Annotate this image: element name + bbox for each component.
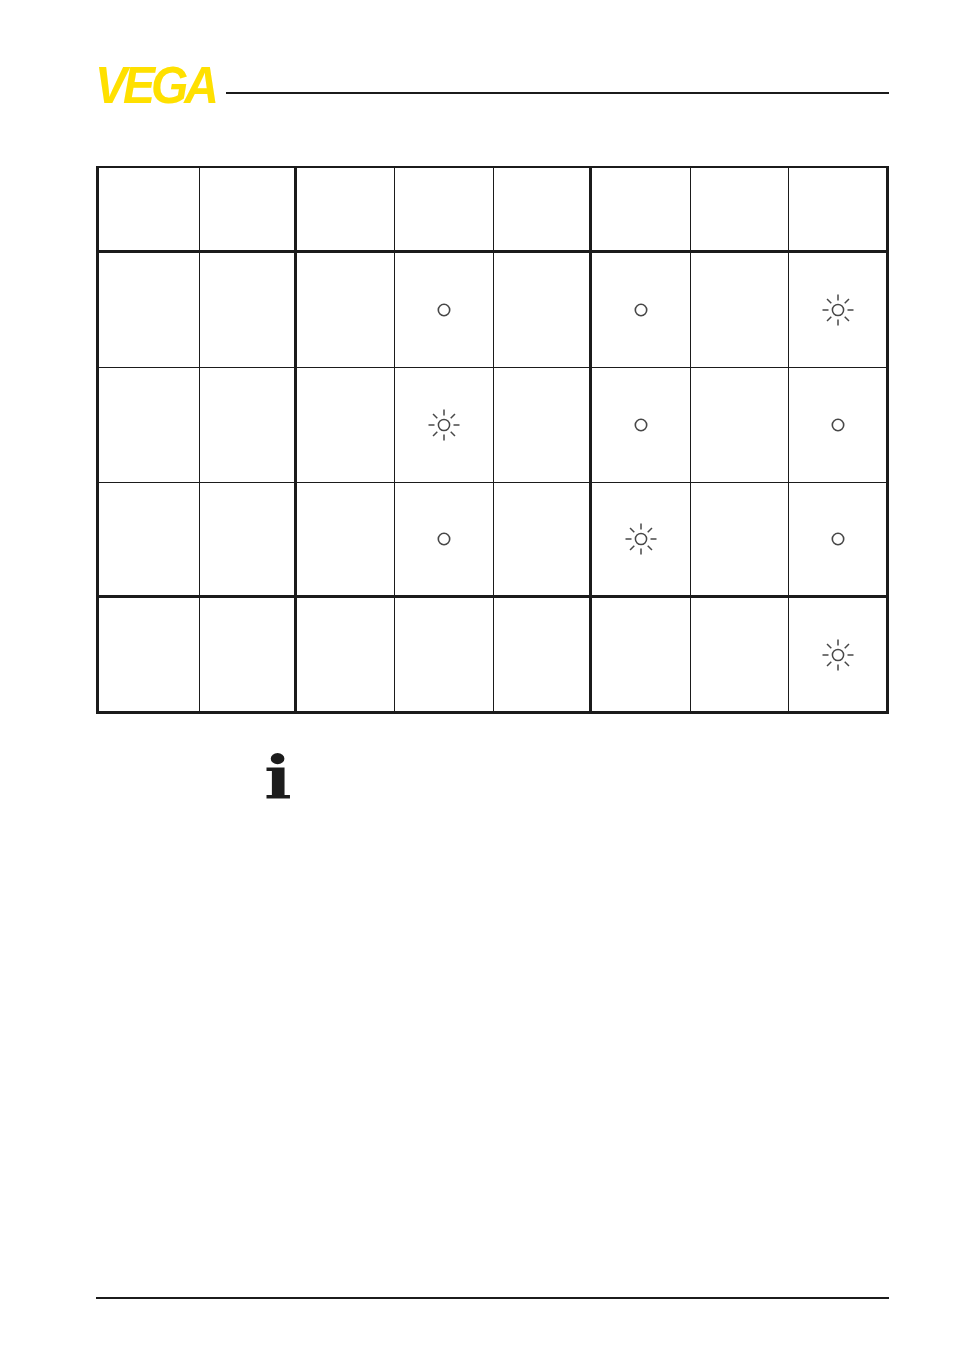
table-cell-r2c3 (297, 253, 395, 368)
table-cell-r4c7 (691, 483, 789, 598)
table-cell-r5c6 (592, 598, 691, 711)
table-cell-r1c8 (789, 168, 886, 253)
table-cell-r5c8 (789, 598, 886, 711)
table-cell-r4c2 (200, 483, 297, 598)
table-cell-r4c5 (494, 483, 592, 598)
table-cell-r2c1 (99, 253, 200, 368)
led-status-table (96, 166, 889, 714)
led-flashing-icon (623, 521, 659, 557)
table-cell-r4c4 (395, 483, 494, 598)
led-circle-icon (633, 302, 649, 318)
led-circle-icon (436, 302, 452, 318)
table-cell-r1c3 (297, 168, 395, 253)
table-cell-r5c3 (297, 598, 395, 711)
table-cell-r1c4 (395, 168, 494, 253)
led-flashing-icon (820, 637, 856, 673)
table-cell-r2c8 (789, 253, 886, 368)
table-cell-r5c2 (200, 598, 297, 711)
table-cell-r5c7 (691, 598, 789, 711)
table-cell-r4c3 (297, 483, 395, 598)
table-cell-r4c8 (789, 483, 886, 598)
led-circle-icon (830, 531, 846, 547)
table-cell-r3c5 (494, 368, 592, 483)
footer-rule (96, 1297, 889, 1299)
info-icon: i (264, 748, 292, 808)
table-cell-r2c7 (691, 253, 789, 368)
table-cell-r5c1 (99, 598, 200, 711)
table-cell-r3c2 (200, 368, 297, 483)
vega-logo: VEGA (95, 60, 215, 112)
table-cell-r2c4 (395, 253, 494, 368)
header-rule (226, 92, 889, 94)
led-flashing-icon (426, 407, 462, 443)
table-cell-r2c6 (592, 253, 691, 368)
table-cell-r1c5 (494, 168, 592, 253)
table-cell-r3c8 (789, 368, 886, 483)
led-flashing-icon (820, 292, 856, 328)
led-circle-icon (436, 531, 452, 547)
table-cell-r1c6 (592, 168, 691, 253)
table-cell-r1c7 (691, 168, 789, 253)
table-cell-r2c2 (200, 253, 297, 368)
table-cell-r3c1 (99, 368, 200, 483)
table-cell-r1c2 (200, 168, 297, 253)
led-circle-icon (830, 417, 846, 433)
table-cell-r3c4 (395, 368, 494, 483)
table-cell-r4c1 (99, 483, 200, 598)
table-cell-r3c7 (691, 368, 789, 483)
table-cell-r1c1 (99, 168, 200, 253)
table-cell-r4c6 (592, 483, 691, 598)
table-cell-r3c3 (297, 368, 395, 483)
table-cell-r2c5 (494, 253, 592, 368)
table-cell-r5c4 (395, 598, 494, 711)
table-cell-r5c5 (494, 598, 592, 711)
led-circle-icon (633, 417, 649, 433)
table-cell-r3c6 (592, 368, 691, 483)
